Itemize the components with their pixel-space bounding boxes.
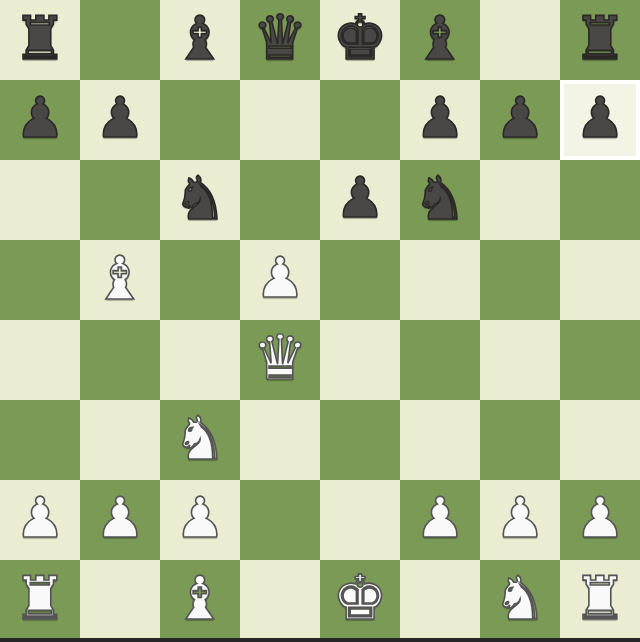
square-d1[interactable]	[240, 560, 320, 640]
square-g7[interactable]: ♟	[480, 80, 560, 160]
piece-white-knight[interactable]: ♞	[493, 558, 547, 638]
square-f5[interactable]	[400, 240, 480, 320]
piece-black-bishop[interactable]: ♝	[413, 0, 467, 78]
square-c7[interactable]	[160, 80, 240, 160]
square-b8[interactable]	[80, 0, 160, 80]
square-h5[interactable]	[560, 240, 640, 320]
square-e4[interactable]	[320, 320, 400, 400]
square-a7[interactable]: ♟	[0, 80, 80, 160]
square-e6[interactable]: ♟	[320, 160, 400, 240]
square-d5[interactable]: ♟	[240, 240, 320, 320]
square-e3[interactable]	[320, 400, 400, 480]
square-d2[interactable]	[240, 480, 320, 560]
square-g8[interactable]	[480, 0, 560, 80]
square-b4[interactable]	[80, 320, 160, 400]
square-a4[interactable]	[0, 320, 80, 400]
square-e8[interactable]: ♚	[320, 0, 400, 80]
square-b2[interactable]: ♟	[80, 480, 160, 560]
square-f3[interactable]	[400, 400, 480, 480]
square-g1[interactable]: ♞	[480, 560, 560, 640]
square-a3[interactable]	[0, 400, 80, 480]
square-d7[interactable]	[240, 80, 320, 160]
piece-white-pawn[interactable]: ♟	[175, 478, 225, 558]
square-h6[interactable]	[560, 160, 640, 240]
square-g3[interactable]	[480, 400, 560, 480]
square-g4[interactable]	[480, 320, 560, 400]
square-f7[interactable]: ♟	[400, 80, 480, 160]
piece-black-pawn[interactable]: ♟	[15, 78, 65, 158]
square-f4[interactable]	[400, 320, 480, 400]
piece-white-king[interactable]: ♚	[332, 558, 388, 638]
square-d4[interactable]: ♛	[240, 320, 320, 400]
piece-black-king[interactable]: ♚	[332, 0, 388, 78]
square-a5[interactable]	[0, 240, 80, 320]
square-c1[interactable]: ♝	[160, 560, 240, 640]
piece-black-rook[interactable]: ♜	[573, 0, 627, 78]
chess-board: ♜♝♛♚♝♜♟♟♟♟♟♞♟♞♝♟♛♞♟♟♟♟♟♟♜♝♚♞♜	[0, 0, 640, 640]
piece-white-pawn[interactable]: ♟	[95, 478, 145, 558]
piece-white-pawn[interactable]: ♟	[575, 478, 625, 558]
piece-black-pawn[interactable]: ♟	[575, 78, 625, 158]
square-b5[interactable]: ♝	[80, 240, 160, 320]
square-h8[interactable]: ♜	[560, 0, 640, 80]
square-f6[interactable]: ♞	[400, 160, 480, 240]
square-d8[interactable]: ♛	[240, 0, 320, 80]
piece-black-knight[interactable]: ♞	[173, 158, 227, 238]
square-e5[interactable]	[320, 240, 400, 320]
square-a1[interactable]: ♜	[0, 560, 80, 640]
piece-black-pawn[interactable]: ♟	[95, 78, 145, 158]
chess-app: ♜♝♛♚♝♜♟♟♟♟♟♞♟♞♝♟♛♞♟♟♟♟♟♟♜♝♚♞♜	[0, 0, 640, 642]
square-g5[interactable]	[480, 240, 560, 320]
piece-black-bishop[interactable]: ♝	[173, 0, 227, 78]
square-b7[interactable]: ♟	[80, 80, 160, 160]
piece-black-pawn[interactable]: ♟	[495, 78, 545, 158]
square-h4[interactable]	[560, 320, 640, 400]
square-f2[interactable]: ♟	[400, 480, 480, 560]
square-b3[interactable]	[80, 400, 160, 480]
piece-black-queen[interactable]: ♛	[252, 0, 308, 78]
square-c6[interactable]: ♞	[160, 160, 240, 240]
square-d3[interactable]	[240, 400, 320, 480]
square-g2[interactable]: ♟	[480, 480, 560, 560]
piece-white-queen[interactable]: ♛	[252, 318, 308, 398]
square-f8[interactable]: ♝	[400, 0, 480, 80]
square-c2[interactable]: ♟	[160, 480, 240, 560]
piece-black-rook[interactable]: ♜	[13, 0, 67, 78]
square-h1[interactable]: ♜	[560, 560, 640, 640]
square-f1[interactable]	[400, 560, 480, 640]
square-b1[interactable]	[80, 560, 160, 640]
square-g6[interactable]	[480, 160, 560, 240]
square-d6[interactable]	[240, 160, 320, 240]
square-c3[interactable]: ♞	[160, 400, 240, 480]
piece-white-pawn[interactable]: ♟	[495, 478, 545, 558]
piece-white-pawn[interactable]: ♟	[415, 478, 465, 558]
square-e1[interactable]: ♚	[320, 560, 400, 640]
piece-white-rook[interactable]: ♜	[13, 558, 67, 638]
square-a8[interactable]: ♜	[0, 0, 80, 80]
piece-black-pawn[interactable]: ♟	[415, 78, 465, 158]
square-h3[interactable]	[560, 400, 640, 480]
square-b6[interactable]	[80, 160, 160, 240]
piece-white-bishop[interactable]: ♝	[93, 238, 147, 318]
square-c5[interactable]	[160, 240, 240, 320]
piece-black-knight[interactable]: ♞	[413, 158, 467, 238]
square-h7[interactable]: ♟	[560, 80, 640, 160]
square-e2[interactable]	[320, 480, 400, 560]
piece-white-knight[interactable]: ♞	[173, 398, 227, 478]
piece-white-rook[interactable]: ♜	[573, 558, 627, 638]
piece-black-pawn[interactable]: ♟	[335, 158, 385, 238]
square-c4[interactable]	[160, 320, 240, 400]
square-a6[interactable]	[0, 160, 80, 240]
square-e7[interactable]	[320, 80, 400, 160]
square-h2[interactable]: ♟	[560, 480, 640, 560]
square-c8[interactable]: ♝	[160, 0, 240, 80]
piece-white-bishop[interactable]: ♝	[173, 558, 227, 638]
piece-white-pawn[interactable]: ♟	[255, 238, 305, 318]
square-a2[interactable]: ♟	[0, 480, 80, 560]
piece-white-pawn[interactable]: ♟	[15, 478, 65, 558]
bottom-edge-bar	[0, 638, 640, 642]
